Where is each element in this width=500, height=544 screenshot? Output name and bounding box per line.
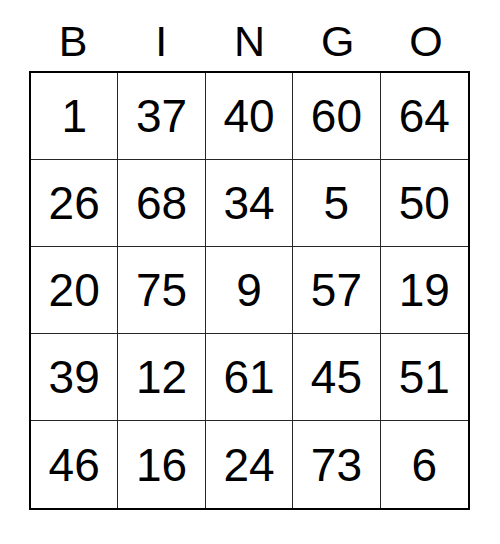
header-letter-i: I (117, 20, 205, 71)
header-letter-o: O (382, 20, 470, 71)
cell-r3c1: 20 (31, 247, 118, 334)
cell-r2c2: 68 (118, 160, 205, 247)
cell-r3c2: 75 (118, 247, 205, 334)
cell-r2c3: 34 (206, 160, 293, 247)
cell-r1c3: 40 (206, 73, 293, 160)
cell-r4c2: 12 (118, 334, 205, 421)
cell-r3c4: 57 (293, 247, 380, 334)
cell-r3c5: 19 (381, 247, 468, 334)
cell-r4c5: 51 (381, 334, 468, 421)
cell-r5c2: 16 (118, 421, 205, 508)
cell-r1c5: 64 (381, 73, 468, 160)
cell-r4c4: 45 (293, 334, 380, 421)
bingo-header: B I N G O (29, 0, 470, 71)
cell-r5c3: 24 (206, 421, 293, 508)
cell-r3c3: 9 (206, 247, 293, 334)
cell-r2c4: 5 (293, 160, 380, 247)
cell-r1c1: 1 (31, 73, 118, 160)
cell-r4c1: 39 (31, 334, 118, 421)
header-letter-g: G (294, 20, 382, 71)
bingo-board: 1 37 40 60 64 26 68 34 5 50 20 75 9 57 1… (29, 71, 470, 510)
cell-r5c4: 73 (293, 421, 380, 508)
cell-r5c1: 46 (31, 421, 118, 508)
bingo-card: B I N G O 1 37 40 60 64 26 68 34 5 50 20… (29, 0, 470, 510)
header-letter-n: N (205, 20, 293, 71)
cell-r4c3: 61 (206, 334, 293, 421)
cell-r2c5: 50 (381, 160, 468, 247)
cell-r1c4: 60 (293, 73, 380, 160)
cell-r5c5: 6 (381, 421, 468, 508)
cell-r1c2: 37 (118, 73, 205, 160)
header-letter-b: B (29, 20, 117, 71)
cell-r2c1: 26 (31, 160, 118, 247)
